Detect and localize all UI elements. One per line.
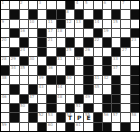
black-cell bbox=[131, 76, 139, 84]
black-cell bbox=[57, 10, 65, 18]
black-cell bbox=[10, 85, 18, 93]
clue-number: 47 bbox=[29, 95, 34, 99]
black-cell bbox=[38, 66, 46, 74]
clue-number: 45 bbox=[94, 85, 99, 89]
grid-cell[interactable] bbox=[103, 20, 111, 28]
black-cell bbox=[121, 123, 129, 131]
black-cell bbox=[29, 85, 37, 93]
grid-cell[interactable] bbox=[38, 10, 46, 18]
grid-cell[interactable] bbox=[29, 1, 37, 9]
clue-number: 39 bbox=[39, 76, 44, 80]
clue-number: 11 bbox=[48, 20, 53, 24]
clue-number: 50 bbox=[20, 104, 25, 108]
grid-cell[interactable]: 2 bbox=[20, 1, 28, 9]
grid-cell[interactable] bbox=[38, 57, 46, 65]
black-cell bbox=[131, 10, 139, 18]
grid-cell[interactable] bbox=[29, 29, 37, 37]
clue-number: 37 bbox=[113, 66, 118, 70]
grid-cell[interactable] bbox=[94, 104, 102, 112]
grid-cell[interactable] bbox=[29, 76, 37, 84]
black-cell bbox=[10, 29, 18, 37]
clue-number: 5 bbox=[85, 1, 88, 5]
grid-cell[interactable]: 21 bbox=[47, 38, 55, 46]
grid-cell[interactable] bbox=[10, 95, 18, 103]
grid-cell[interactable] bbox=[38, 104, 46, 112]
clue-number: 19 bbox=[103, 29, 108, 33]
black-cell bbox=[38, 48, 46, 56]
clue-number: 20 bbox=[2, 38, 7, 42]
grid-cell[interactable]: 49 bbox=[84, 95, 92, 103]
clue-number: 25 bbox=[66, 48, 71, 52]
clue-number: 59 bbox=[2, 123, 7, 127]
grid-cell[interactable]: 47 bbox=[29, 95, 37, 103]
grid-cell[interactable] bbox=[84, 10, 92, 18]
black-cell bbox=[66, 123, 74, 131]
clue-number: 2 bbox=[20, 1, 23, 5]
grid-cell[interactable]: 27 bbox=[121, 48, 129, 56]
grid-cell[interactable]: 50 bbox=[20, 104, 28, 112]
grid-cell[interactable]: 5 bbox=[84, 1, 92, 9]
grid-cell[interactable] bbox=[131, 1, 139, 9]
grid-cell[interactable] bbox=[75, 29, 83, 37]
clue-number: 24 bbox=[20, 48, 25, 52]
clue-number: 9 bbox=[2, 20, 5, 24]
grid-cell[interactable]: 54T bbox=[66, 113, 74, 121]
grid-cell[interactable]: 31 bbox=[57, 57, 65, 65]
clue-number: 43 bbox=[39, 85, 44, 89]
grid-cell[interactable] bbox=[20, 123, 28, 131]
clue-number: 52 bbox=[39, 113, 44, 117]
grid-cell[interactable]: 60 bbox=[47, 123, 55, 131]
black-cell bbox=[131, 95, 139, 103]
clue-number: 30 bbox=[29, 57, 34, 61]
black-cell bbox=[131, 85, 139, 93]
grid-cell[interactable] bbox=[94, 57, 102, 65]
grid-cell[interactable]: 38 bbox=[1, 76, 9, 84]
black-cell bbox=[84, 66, 92, 74]
clue-number: 44 bbox=[57, 85, 62, 89]
grid-cell[interactable]: 7 bbox=[121, 1, 129, 9]
filled-letter: P bbox=[75, 114, 83, 121]
black-cell bbox=[10, 104, 18, 112]
grid-cell[interactable]: 19 bbox=[103, 29, 111, 37]
grid-cell[interactable] bbox=[112, 1, 120, 9]
grid-cell[interactable] bbox=[20, 10, 28, 18]
black-cell bbox=[10, 48, 18, 56]
grid-cell[interactable]: 55E bbox=[84, 113, 92, 121]
grid-cell[interactable] bbox=[112, 29, 120, 37]
grid-cell[interactable]: 17 bbox=[47, 29, 55, 37]
grid-cell[interactable]: 57 bbox=[112, 113, 120, 121]
black-cell bbox=[29, 113, 37, 121]
grid-cell[interactable] bbox=[10, 20, 18, 28]
grid-cell[interactable] bbox=[10, 1, 18, 9]
black-cell bbox=[57, 20, 65, 28]
clue-number: 4 bbox=[76, 1, 79, 5]
black-cell bbox=[103, 66, 111, 74]
black-cell bbox=[112, 76, 120, 84]
black-cell bbox=[47, 95, 55, 103]
black-cell bbox=[103, 104, 111, 112]
clue-number: 41 bbox=[94, 76, 99, 80]
black-cell bbox=[94, 10, 102, 18]
grid-cell[interactable] bbox=[66, 29, 74, 37]
black-cell bbox=[38, 123, 46, 131]
black-cell bbox=[112, 104, 120, 112]
clue-number: 18 bbox=[57, 29, 62, 33]
grid-cell[interactable] bbox=[57, 123, 65, 131]
clue-number: 28 bbox=[2, 57, 7, 61]
grid-cell[interactable] bbox=[66, 85, 74, 93]
grid-cell[interactable]: 9 bbox=[1, 20, 9, 28]
clue-number: 1 bbox=[2, 1, 5, 5]
grid-cell[interactable] bbox=[103, 10, 111, 18]
grid-cell[interactable] bbox=[57, 104, 65, 112]
clue-number: 34 bbox=[11, 66, 16, 70]
black-cell bbox=[112, 48, 120, 56]
grid-cell[interactable]: 6 bbox=[103, 1, 111, 9]
grid-cell[interactable]: 25 bbox=[66, 48, 74, 56]
black-cell bbox=[47, 76, 55, 84]
grid-cell[interactable]: 33 bbox=[112, 57, 120, 65]
black-cell bbox=[29, 10, 37, 18]
grid-cell[interactable]: 1 bbox=[1, 1, 9, 9]
grid-cell[interactable]: 39 bbox=[38, 76, 46, 84]
grid-cell[interactable] bbox=[1, 10, 9, 18]
grid-cell[interactable] bbox=[20, 85, 28, 93]
grid-cell[interactable]: 45 bbox=[94, 85, 102, 93]
grid-cell[interactable]: 43 bbox=[38, 85, 46, 93]
clue-number: 40 bbox=[66, 76, 71, 80]
black-cell bbox=[84, 57, 92, 65]
grid-cell[interactable]: 18 bbox=[57, 29, 65, 37]
grid-cell[interactable] bbox=[112, 38, 120, 46]
black-cell bbox=[47, 57, 55, 65]
grid-cell[interactable] bbox=[121, 113, 129, 121]
clue-number: 29 bbox=[11, 57, 16, 61]
black-cell bbox=[10, 10, 18, 18]
grid-cell[interactable] bbox=[121, 95, 129, 103]
grid-cell[interactable] bbox=[121, 20, 129, 28]
grid-cell[interactable] bbox=[20, 76, 28, 84]
grid-cell[interactable]: 3 bbox=[38, 1, 46, 9]
grid-cell[interactable] bbox=[94, 95, 102, 103]
black-cell bbox=[112, 10, 120, 18]
grid-cell[interactable] bbox=[75, 66, 83, 74]
black-cell bbox=[84, 38, 92, 46]
grid-cell[interactable] bbox=[38, 95, 46, 103]
clue-number: 57 bbox=[113, 113, 118, 117]
black-cell bbox=[103, 57, 111, 65]
clue-number: 60 bbox=[48, 123, 53, 127]
grid-cell[interactable]: 51 bbox=[75, 104, 83, 112]
clue-number: 31 bbox=[57, 57, 62, 61]
grid-cell[interactable]: 13 bbox=[75, 20, 83, 28]
grid-cell[interactable] bbox=[121, 66, 129, 74]
grid-cell[interactable] bbox=[121, 104, 129, 112]
grid-cell[interactable] bbox=[112, 123, 120, 131]
clue-number: 49 bbox=[85, 95, 90, 99]
grid-cell[interactable] bbox=[94, 48, 102, 56]
grid-cell[interactable]: 10 bbox=[29, 20, 37, 28]
clue-number: 56 bbox=[103, 113, 108, 117]
grid-cell[interactable]: 15 bbox=[112, 20, 120, 28]
black-cell bbox=[20, 38, 28, 46]
clue-number: 8 bbox=[66, 10, 69, 14]
grid-cell[interactable] bbox=[66, 57, 74, 65]
black-cell bbox=[94, 123, 102, 131]
black-cell bbox=[47, 10, 55, 18]
clue-number: 53 bbox=[48, 113, 53, 117]
grid-cell[interactable]: 36 bbox=[47, 66, 55, 74]
black-cell bbox=[75, 10, 83, 18]
grid-cell[interactable] bbox=[103, 48, 111, 56]
grid-cell[interactable]: 24 bbox=[20, 48, 28, 56]
clue-number: 15 bbox=[113, 20, 118, 24]
black-cell bbox=[38, 29, 46, 37]
grid-cell[interactable]: 8 bbox=[66, 10, 74, 18]
grid-cell[interactable] bbox=[131, 57, 139, 65]
filled-letter: T bbox=[66, 114, 74, 121]
clue-number: 32 bbox=[76, 57, 81, 61]
grid-cell[interactable] bbox=[75, 38, 83, 46]
black-cell bbox=[131, 29, 139, 37]
grid-cell[interactable] bbox=[121, 29, 129, 37]
grid-cell[interactable]: 4 bbox=[75, 1, 83, 9]
grid-cell[interactable] bbox=[121, 57, 129, 65]
grid-cell[interactable] bbox=[94, 1, 102, 9]
grid-cell[interactable]: 32 bbox=[75, 57, 83, 65]
black-cell bbox=[38, 38, 46, 46]
black-cell bbox=[57, 113, 65, 121]
clue-number: 7 bbox=[122, 1, 125, 5]
clue-number: 36 bbox=[48, 66, 53, 70]
grid-cell[interactable] bbox=[29, 123, 37, 131]
black-cell bbox=[94, 29, 102, 37]
grid-cell[interactable]: 58 bbox=[131, 113, 139, 121]
clue-number: 26 bbox=[85, 48, 90, 52]
clue-number: 51 bbox=[76, 104, 81, 108]
grid-cell[interactable] bbox=[57, 1, 65, 9]
clue-number: 61 bbox=[76, 123, 81, 127]
black-cell bbox=[1, 66, 9, 74]
grid-cell[interactable] bbox=[121, 10, 129, 18]
grid-cell[interactable] bbox=[47, 48, 55, 56]
grid-cell[interactable] bbox=[29, 66, 37, 74]
grid-cell[interactable] bbox=[131, 20, 139, 28]
grid-cell[interactable]: P bbox=[75, 113, 83, 121]
clue-number: 48 bbox=[57, 95, 62, 99]
black-cell bbox=[84, 104, 92, 112]
grid-cell[interactable] bbox=[103, 85, 111, 93]
black-cell bbox=[84, 85, 92, 93]
grid-cell[interactable]: 34 bbox=[10, 66, 18, 74]
grid-cell[interactable]: 28 bbox=[1, 57, 9, 65]
grid-cell[interactable]: 42 bbox=[103, 76, 111, 84]
black-cell bbox=[66, 38, 74, 46]
grid-cell[interactable] bbox=[57, 38, 65, 46]
grid-cell[interactable]: 30 bbox=[29, 57, 37, 65]
grid-cell[interactable] bbox=[47, 1, 55, 9]
grid-cell[interactable] bbox=[84, 29, 92, 37]
grid-cell[interactable]: 26 bbox=[84, 48, 92, 56]
clue-number: 33 bbox=[113, 57, 118, 61]
clue-number: 14 bbox=[94, 20, 99, 24]
black-cell bbox=[112, 85, 120, 93]
clue-number: 6 bbox=[103, 1, 106, 5]
grid-cell[interactable]: 14 bbox=[94, 20, 102, 28]
grid-cell[interactable]: 29 bbox=[10, 57, 18, 65]
grid-cell[interactable]: 20 bbox=[1, 38, 9, 46]
clue-number: 12 bbox=[66, 20, 71, 24]
grid-cell[interactable] bbox=[84, 123, 92, 131]
black-cell bbox=[20, 57, 28, 65]
grid-cell[interactable] bbox=[75, 76, 83, 84]
black-cell bbox=[103, 123, 111, 131]
grid-cell[interactable] bbox=[131, 123, 139, 131]
clue-number: 27 bbox=[122, 48, 127, 52]
grid-cell[interactable] bbox=[47, 85, 55, 93]
black-cell bbox=[29, 104, 37, 112]
black-cell bbox=[75, 95, 83, 103]
grid-cell[interactable] bbox=[10, 38, 18, 46]
grid-cell[interactable] bbox=[1, 113, 9, 121]
grid-cell[interactable]: 23 bbox=[131, 38, 139, 46]
black-cell bbox=[20, 95, 28, 103]
black-cell bbox=[131, 104, 139, 112]
black-cell bbox=[66, 1, 74, 9]
black-cell bbox=[10, 113, 18, 121]
black-cell bbox=[103, 38, 111, 46]
clue-number: 35 bbox=[20, 66, 25, 70]
filled-letter: E bbox=[84, 114, 92, 121]
grid-cell[interactable] bbox=[57, 66, 65, 74]
grid-cell[interactable]: 16 bbox=[20, 29, 28, 37]
grid-cell[interactable]: 46 bbox=[1, 95, 9, 103]
black-cell bbox=[66, 104, 74, 112]
grid-cell[interactable]: 53 bbox=[47, 113, 55, 121]
grid-cell[interactable]: 59 bbox=[1, 123, 9, 131]
crossword-grid: 1234567891011121314151617181920212223242… bbox=[0, 0, 140, 132]
clue-number: 46 bbox=[2, 95, 7, 99]
clue-number: 17 bbox=[48, 29, 53, 33]
clue-number: 23 bbox=[131, 38, 136, 42]
black-cell bbox=[75, 48, 83, 56]
grid-cell[interactable] bbox=[121, 85, 129, 93]
black-cell bbox=[121, 38, 129, 46]
black-cell bbox=[84, 76, 92, 84]
black-cell bbox=[131, 66, 139, 74]
clue-number: 10 bbox=[29, 20, 34, 24]
grid-cell[interactable]: 40 bbox=[66, 76, 74, 84]
black-cell bbox=[57, 48, 65, 56]
black-cell bbox=[47, 104, 55, 112]
grid-cell[interactable]: 35 bbox=[20, 66, 28, 74]
grid-cell[interactable] bbox=[20, 113, 28, 121]
grid-cell[interactable] bbox=[10, 76, 18, 84]
black-cell bbox=[84, 20, 92, 28]
grid-cell[interactable]: 52 bbox=[38, 113, 46, 121]
grid-cell[interactable] bbox=[121, 76, 129, 84]
grid-cell[interactable] bbox=[1, 104, 9, 112]
grid-cell[interactable] bbox=[29, 48, 37, 56]
grid-cell[interactable] bbox=[29, 38, 37, 46]
grid-cell[interactable]: 12 bbox=[66, 20, 74, 28]
grid-cell[interactable]: 37 bbox=[112, 66, 120, 74]
grid-cell[interactable] bbox=[20, 20, 28, 28]
grid-cell[interactable]: 61 bbox=[75, 123, 83, 131]
grid-cell[interactable] bbox=[1, 48, 9, 56]
clue-number: 22 bbox=[94, 38, 99, 42]
black-cell bbox=[103, 95, 111, 103]
grid-cell[interactable] bbox=[1, 29, 9, 37]
grid-cell[interactable]: 22 bbox=[94, 38, 102, 46]
grid-cell[interactable]: 56 bbox=[103, 113, 111, 121]
clue-number: 13 bbox=[76, 20, 81, 24]
grid-cell[interactable]: 44 bbox=[57, 85, 65, 93]
grid-cell[interactable]: 11 bbox=[47, 20, 55, 28]
clue-number: 3 bbox=[39, 1, 42, 5]
black-cell bbox=[112, 95, 120, 103]
black-cell bbox=[94, 113, 102, 121]
grid-cell[interactable] bbox=[1, 85, 9, 93]
clue-number: 58 bbox=[131, 113, 136, 117]
clue-number: 21 bbox=[48, 38, 53, 42]
grid-cell[interactable] bbox=[66, 95, 74, 103]
grid-cell[interactable] bbox=[10, 123, 18, 131]
black-cell bbox=[57, 76, 65, 84]
grid-cell[interactable]: 48 bbox=[57, 95, 65, 103]
clue-number: 16 bbox=[20, 29, 25, 33]
black-cell bbox=[66, 66, 74, 74]
grid-cell[interactable]: 41 bbox=[94, 76, 102, 84]
grid-cell[interactable] bbox=[131, 48, 139, 56]
clue-number: 42 bbox=[103, 76, 108, 80]
grid-cell[interactable] bbox=[94, 66, 102, 74]
clue-number: 38 bbox=[2, 76, 7, 80]
grid-cell[interactable] bbox=[75, 85, 83, 93]
grid-cell[interactable] bbox=[38, 20, 46, 28]
